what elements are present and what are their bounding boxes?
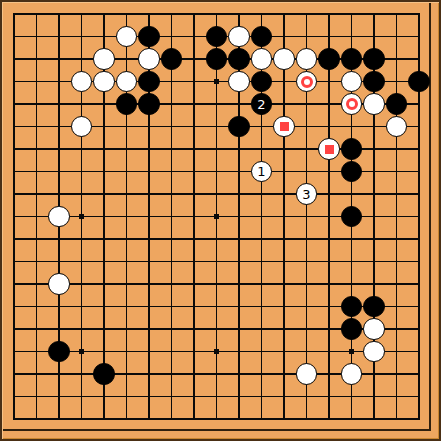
board-point: [93, 70, 116, 93]
white-stone: 3: [296, 183, 318, 205]
black-stone: [251, 71, 273, 93]
board-point: 2: [250, 93, 273, 116]
white-stone: [71, 116, 93, 138]
black-stone: [341, 48, 363, 70]
white-stone: [93, 48, 115, 70]
white-stone: [386, 116, 408, 138]
red-circle-marker-icon: [346, 98, 358, 110]
board-point: [385, 115, 408, 138]
board-point: [340, 138, 363, 161]
white-stone: [228, 71, 250, 93]
red-square-marker-icon: [280, 122, 289, 131]
white-stone: [363, 318, 385, 340]
white-stone: [228, 26, 250, 48]
white-stone: [341, 71, 363, 93]
white-stone: [116, 26, 138, 48]
board-point: [273, 48, 296, 71]
black-stone: [228, 116, 250, 138]
black-stone: [228, 48, 250, 70]
board-point: [115, 93, 138, 116]
board-point: [295, 70, 318, 93]
black-stone: [251, 26, 273, 48]
board-point: [340, 363, 363, 386]
board-point: [70, 115, 93, 138]
board-point: [340, 93, 363, 116]
white-stone: [341, 363, 363, 385]
board-point: [205, 48, 228, 71]
black-stone: [116, 93, 138, 115]
board-point: [48, 340, 71, 363]
board-point: [70, 70, 93, 93]
board-point: [340, 70, 363, 93]
black-stone: [341, 296, 363, 318]
board-point: [228, 70, 251, 93]
white-stone: [251, 48, 273, 70]
board-point: [48, 273, 71, 296]
board-point: [295, 363, 318, 386]
board-point: [340, 48, 363, 71]
board-point: [363, 93, 386, 116]
board-point: [138, 70, 161, 93]
board-point: 3: [295, 183, 318, 206]
board-point: [115, 70, 138, 93]
board-point: [250, 70, 273, 93]
white-stone: [116, 71, 138, 93]
white-stone: [296, 48, 318, 70]
black-stone: [93, 363, 115, 385]
board-point: [205, 25, 228, 48]
black-stone: [341, 138, 363, 160]
black-stone: [363, 71, 385, 93]
white-stone: [138, 48, 160, 70]
black-stone: [363, 296, 385, 318]
board-point: [340, 160, 363, 183]
board-point: [363, 295, 386, 318]
black-stone: [161, 48, 183, 70]
black-stone: 2: [251, 93, 273, 115]
black-stone: [138, 26, 160, 48]
board-point: [228, 25, 251, 48]
board-point: [340, 205, 363, 228]
black-stone: [138, 71, 160, 93]
white-stone: [318, 138, 340, 160]
board-point: [363, 318, 386, 341]
board-point: [160, 48, 183, 71]
board-point: 1: [250, 160, 273, 183]
black-stone: [206, 48, 228, 70]
board-point: [385, 93, 408, 116]
board-point: [318, 48, 341, 71]
white-stone: [363, 93, 385, 115]
board-point: [138, 93, 161, 116]
board-point: [93, 48, 116, 71]
black-stone: [341, 318, 363, 340]
white-stone: [71, 71, 93, 93]
board-point: [115, 25, 138, 48]
black-stone: [48, 341, 70, 363]
white-stone: [48, 273, 70, 295]
board-point: [318, 138, 341, 161]
board-point: [48, 205, 71, 228]
go-board: 213: [0, 0, 441, 441]
black-stone: [341, 161, 363, 183]
black-stone: [138, 93, 160, 115]
move-number-label: 2: [257, 98, 265, 111]
board-point: [250, 48, 273, 71]
board-point: [273, 115, 296, 138]
black-stone: [341, 206, 363, 228]
board-point: [340, 318, 363, 341]
black-stone: [408, 71, 430, 93]
white-stone: [296, 363, 318, 385]
board-point: [228, 48, 251, 71]
white-stone: [296, 71, 318, 93]
board-point: [250, 25, 273, 48]
white-stone: [93, 71, 115, 93]
board-point: [363, 340, 386, 363]
black-stone: [318, 48, 340, 70]
board-point: [93, 363, 116, 386]
board-point: [228, 115, 251, 138]
white-stone: [273, 48, 295, 70]
board-point: [138, 48, 161, 71]
board-point: [138, 25, 161, 48]
red-circle-marker-icon: [301, 76, 313, 88]
board-point: [408, 70, 431, 93]
black-stone: [363, 48, 385, 70]
move-number-label: 3: [302, 188, 310, 201]
white-stone: 1: [251, 161, 273, 183]
white-stone: [341, 93, 363, 115]
board-point: [340, 295, 363, 318]
black-stone: [206, 26, 228, 48]
white-stone: [273, 116, 295, 138]
white-stone: [363, 341, 385, 363]
board-point: [363, 70, 386, 93]
move-number-label: 1: [257, 165, 265, 178]
stones-layer: 213: [3, 3, 431, 431]
board-point: [363, 48, 386, 71]
black-stone: [386, 93, 408, 115]
white-stone: [48, 206, 70, 228]
board-point: [295, 48, 318, 71]
red-square-marker-icon: [325, 145, 334, 154]
board-field: 213: [3, 3, 431, 431]
